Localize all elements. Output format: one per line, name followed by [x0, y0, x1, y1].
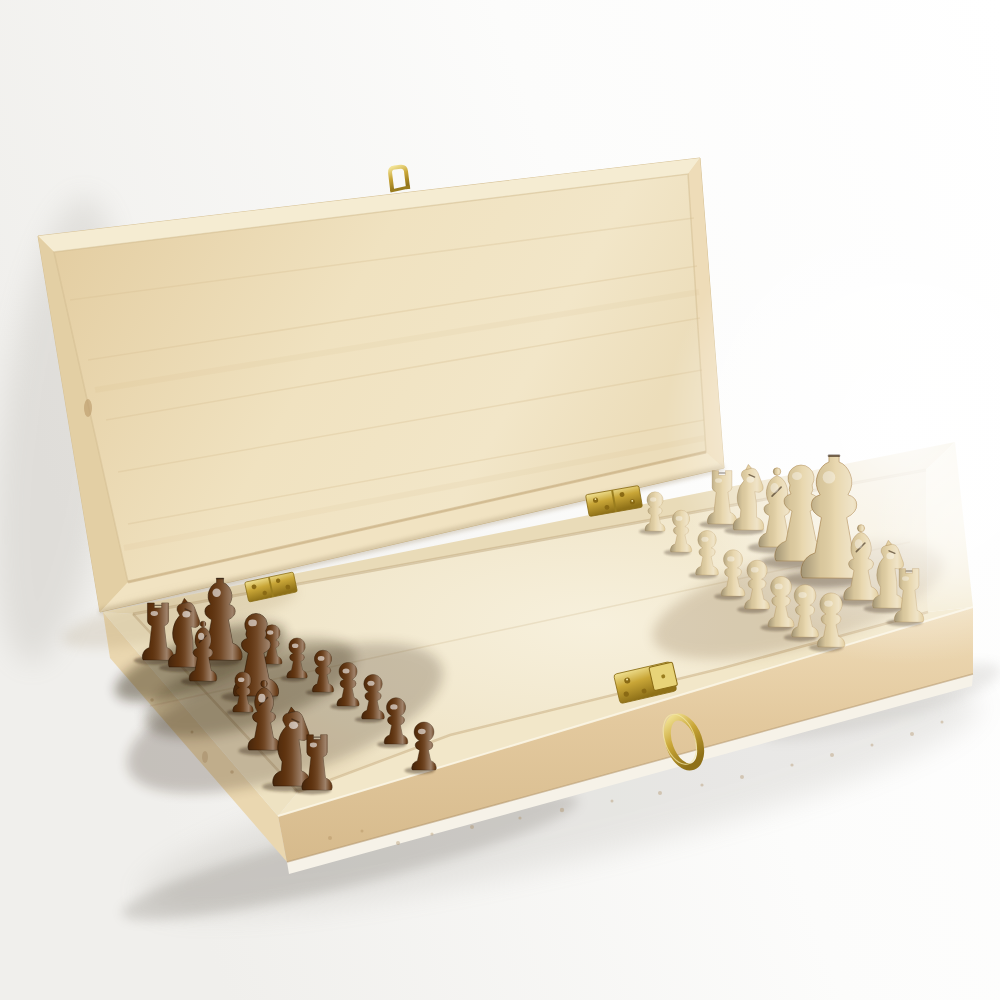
lid-wood-knot [84, 399, 92, 417]
product-photo [0, 0, 1000, 1000]
